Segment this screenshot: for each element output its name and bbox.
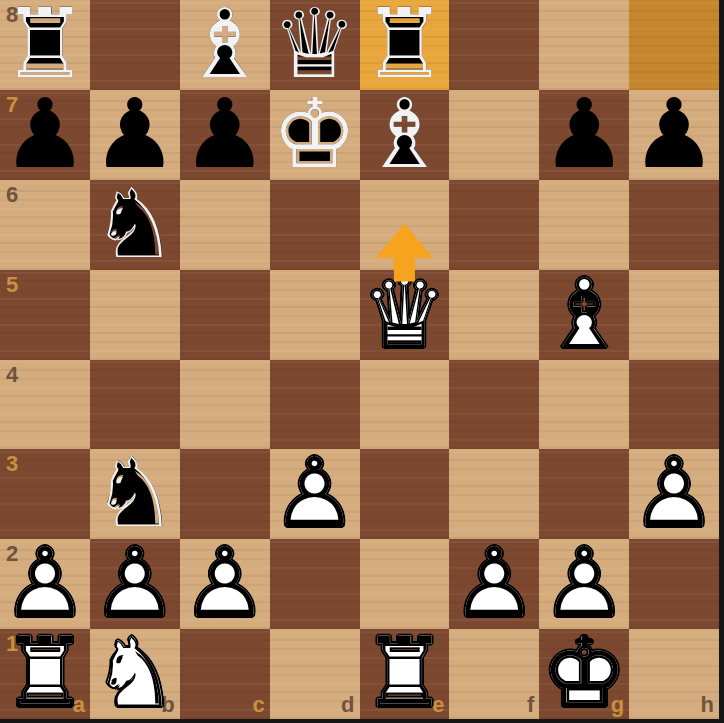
piece-detail-glyph: ♖ [360,629,450,719]
piece-detail-glyph: ♕ [360,270,450,360]
square-d4[interactable] [270,360,360,450]
black-pawn[interactable]: ♟ [180,90,270,180]
square-b3[interactable]: ♞♘ [90,449,180,539]
piece-detail-glyph: ♘ [90,629,180,719]
square-e7[interactable]: ♝♗ [360,90,450,180]
square-g1[interactable]: g♚♔ [539,629,629,719]
piece-detail-glyph: ♙ [270,449,360,539]
white-rook[interactable]: ♜♖ [360,629,450,719]
square-a6[interactable]: 6 [0,180,90,270]
piece-detail-glyph: ♙ [0,539,90,629]
square-g3[interactable] [539,449,629,539]
rank-label-4: 4 [6,364,18,386]
square-d7[interactable]: ♚♔ [270,90,360,180]
square-c4[interactable] [180,360,270,450]
white-pawn[interactable]: ♟♙ [270,449,360,539]
piece-detail-glyph: ♔ [539,629,629,719]
square-d8[interactable]: ♛♕ [270,0,360,90]
square-f1[interactable]: f [449,629,539,719]
square-h3[interactable]: ♟♙ [629,449,719,539]
piece-glyph: ♟ [629,90,719,180]
square-c2[interactable]: ♟♙ [180,539,270,629]
square-f6[interactable] [449,180,539,270]
file-label-c: c [252,694,264,716]
square-d5[interactable] [270,270,360,360]
piece-detail-glyph: ♙ [539,539,629,629]
square-h1[interactable]: h [629,629,719,719]
rank-label-3: 3 [6,453,18,475]
black-pawn[interactable]: ♟ [539,90,629,180]
square-h5[interactable] [629,270,719,360]
square-f7[interactable] [449,90,539,180]
square-f4[interactable] [449,360,539,450]
black-queen[interactable]: ♛♕ [270,0,360,90]
square-b8[interactable] [90,0,180,90]
white-pawn[interactable]: ♟♙ [180,539,270,629]
white-queen[interactable]: ♛♕ [360,270,450,360]
square-a8[interactable]: 8♜♖ [0,0,90,90]
square-c7[interactable]: ♟ [180,90,270,180]
square-d6[interactable] [270,180,360,270]
white-pawn[interactable]: ♟♙ [449,539,539,629]
square-a7[interactable]: 7♟ [0,90,90,180]
black-bishop[interactable]: ♝♗ [180,0,270,90]
black-pawn[interactable]: ♟ [629,90,719,180]
black-rook[interactable]: ♜♖ [360,0,450,90]
square-f8[interactable] [449,0,539,90]
black-rook[interactable]: ♜♖ [0,0,90,90]
piece-detail-glyph: ♙ [629,449,719,539]
square-g4[interactable] [539,360,629,450]
piece-glyph: ♟ [180,90,270,180]
square-d1[interactable]: d [270,629,360,719]
piece-glyph: ♟ [90,90,180,180]
white-pawn[interactable]: ♟♙ [629,449,719,539]
black-knight[interactable]: ♞♘ [90,180,180,270]
rank-label-5: 5 [6,274,18,296]
piece-detail-glyph: ♗ [539,270,629,360]
square-b5[interactable] [90,270,180,360]
square-e2[interactable] [360,539,450,629]
piece-detail-glyph: ♘ [90,449,180,539]
white-pawn[interactable]: ♟♙ [90,539,180,629]
white-bishop[interactable]: ♝♗ [539,270,629,360]
square-g7[interactable]: ♟ [539,90,629,180]
black-pawn[interactable]: ♟ [90,90,180,180]
square-b1[interactable]: b♞♘ [90,629,180,719]
square-h8[interactable] [629,0,719,90]
white-pawn[interactable]: ♟♙ [539,539,629,629]
square-e4[interactable] [360,360,450,450]
black-knight[interactable]: ♞♘ [90,449,180,539]
white-pawn[interactable]: ♟♙ [0,539,90,629]
rank-label-6: 6 [6,184,18,206]
square-e1[interactable]: e♜♖ [360,629,450,719]
square-c6[interactable] [180,180,270,270]
file-label-d: d [341,694,354,716]
piece-glyph: ♟ [539,90,629,180]
piece-glyph: ♟ [0,90,90,180]
square-c8[interactable]: ♝♗ [180,0,270,90]
square-e5[interactable]: ♛♕ [360,270,450,360]
chess-board: 8♜♖♝♗♛♕♜♖7♟♟♟♚♔♝♗♟♟6♞♘5♛♕♝♗43♞♘♟♙♟♙2♟♙♟♙… [0,0,719,719]
piece-detail-glyph: ♙ [90,539,180,629]
square-d3[interactable]: ♟♙ [270,449,360,539]
square-h6[interactable] [629,180,719,270]
square-g5[interactable]: ♝♗ [539,270,629,360]
square-g6[interactable] [539,180,629,270]
square-f5[interactable] [449,270,539,360]
white-king[interactable]: ♚♔ [539,629,629,719]
square-g8[interactable] [539,0,629,90]
piece-detail-glyph: ♗ [180,0,270,90]
square-e6[interactable] [360,180,450,270]
white-knight[interactable]: ♞♘ [90,629,180,719]
square-b4[interactable] [90,360,180,450]
square-c3[interactable] [180,449,270,539]
piece-detail-glyph: ♙ [449,539,539,629]
white-rook[interactable]: ♜♖ [0,629,90,719]
black-bishop[interactable]: ♝♗ [360,90,450,180]
piece-detail-glyph: ♕ [270,0,360,90]
square-a4[interactable]: 4 [0,360,90,450]
square-b6[interactable]: ♞♘ [90,180,180,270]
piece-detail-glyph: ♗ [360,90,450,180]
square-a2[interactable]: 2♟♙ [0,539,90,629]
file-label-h: h [701,694,714,716]
square-e3[interactable] [360,449,450,539]
square-h2[interactable] [629,539,719,629]
square-d2[interactable] [270,539,360,629]
square-c5[interactable] [180,270,270,360]
piece-detail-glyph: ♙ [180,539,270,629]
piece-detail-glyph: ♖ [0,629,90,719]
square-h4[interactable] [629,360,719,450]
square-a1[interactable]: 1a♜♖ [0,629,90,719]
square-c1[interactable]: c [180,629,270,719]
chess-app-window: 8♜♖♝♗♛♕♜♖7♟♟♟♚♔♝♗♟♟6♞♘5♛♕♝♗43♞♘♟♙♟♙2♟♙♟♙… [0,0,724,723]
black-pawn[interactable]: ♟ [0,90,90,180]
black-king[interactable]: ♚♔ [270,90,360,180]
square-b2[interactable]: ♟♙ [90,539,180,629]
square-f3[interactable] [449,449,539,539]
square-b7[interactable]: ♟ [90,90,180,180]
piece-detail-glyph: ♖ [0,0,90,90]
square-f2[interactable]: ♟♙ [449,539,539,629]
piece-detail-glyph: ♔ [270,90,360,180]
square-e8[interactable]: ♜♖ [360,0,450,90]
piece-detail-glyph: ♖ [360,0,450,90]
square-a5[interactable]: 5 [0,270,90,360]
piece-detail-glyph: ♘ [90,180,180,270]
square-g2[interactable]: ♟♙ [539,539,629,629]
square-h7[interactable]: ♟ [629,90,719,180]
file-label-f: f [527,694,534,716]
square-a3[interactable]: 3 [0,449,90,539]
